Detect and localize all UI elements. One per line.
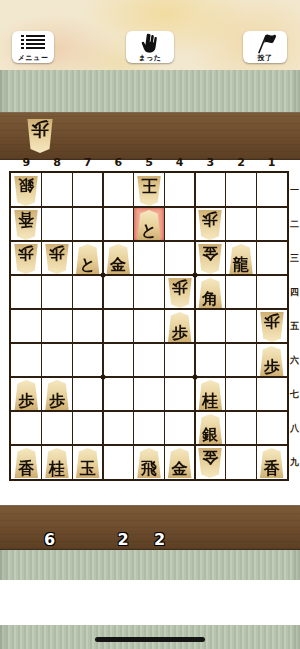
file-label-1: 1 bbox=[257, 157, 287, 168]
square-2f[interactable] bbox=[226, 343, 257, 377]
square-9f[interactable] bbox=[11, 343, 42, 377]
square-2a[interactable] bbox=[226, 173, 257, 207]
piece-kanji: 歩 bbox=[49, 244, 65, 261]
square-6i[interactable] bbox=[103, 445, 134, 479]
piece-kanji: 歩 bbox=[18, 393, 34, 410]
square-4h[interactable] bbox=[164, 411, 195, 445]
square-4b[interactable] bbox=[164, 207, 195, 241]
rank-label-九: 九 bbox=[289, 458, 300, 467]
piece-kanji: と bbox=[79, 257, 95, 274]
square-1g[interactable] bbox=[256, 377, 287, 411]
square-2h[interactable] bbox=[226, 411, 257, 445]
file-label-7: 7 bbox=[73, 157, 103, 168]
resign-button[interactable]: 投了 bbox=[243, 31, 287, 63]
piece-kanji: 歩 bbox=[264, 359, 280, 376]
square-1a[interactable] bbox=[256, 173, 287, 207]
piece-kanji: 王 bbox=[141, 176, 157, 193]
flag-icon bbox=[252, 33, 278, 54]
piece-kanji: 飛 bbox=[141, 461, 157, 478]
piece-kanji: 歩 bbox=[264, 312, 280, 329]
square-2i[interactable] bbox=[226, 445, 257, 479]
square-7a[interactable] bbox=[72, 173, 103, 207]
resign-button-label: 投了 bbox=[258, 55, 273, 62]
piece-kanji: 歩 bbox=[31, 119, 49, 138]
piece-kanji: 歩 bbox=[172, 278, 188, 295]
star-point bbox=[193, 273, 198, 278]
piece-kanji: 桂 bbox=[49, 461, 65, 478]
grid-line bbox=[256, 173, 258, 479]
undo-matta-button[interactable]: まった bbox=[126, 31, 174, 63]
grid-line bbox=[41, 173, 43, 479]
piece-kanji: 銀 bbox=[202, 427, 218, 444]
piece-kanji: と bbox=[141, 223, 157, 240]
piece-kanji: 金 bbox=[202, 448, 218, 465]
grid-line bbox=[102, 173, 104, 479]
square-6b[interactable] bbox=[103, 207, 134, 241]
file-label-4: 4 bbox=[165, 157, 195, 168]
grid-line bbox=[11, 342, 287, 344]
square-3f[interactable] bbox=[195, 343, 226, 377]
square-7h[interactable] bbox=[72, 411, 103, 445]
square-6f[interactable] bbox=[103, 343, 134, 377]
grid-line bbox=[11, 376, 287, 378]
grid-line bbox=[72, 173, 74, 479]
grid-line bbox=[11, 308, 287, 310]
square-9h[interactable] bbox=[11, 411, 42, 445]
square-1c[interactable] bbox=[256, 241, 287, 275]
file-label-9: 9 bbox=[11, 157, 41, 168]
home-indicator[interactable] bbox=[95, 637, 205, 642]
square-8d[interactable] bbox=[42, 275, 73, 309]
piece-kanji: 香 bbox=[18, 210, 34, 227]
square-5d[interactable] bbox=[134, 275, 165, 309]
piece-kanji: 歩 bbox=[49, 393, 65, 410]
grid-line bbox=[133, 173, 135, 479]
piece-kanji: 金 bbox=[110, 257, 126, 274]
star-point bbox=[101, 273, 106, 278]
file-label-5: 5 bbox=[134, 157, 164, 168]
hand-count-silver: 2 bbox=[154, 532, 165, 548]
rank-label-一: 一 bbox=[289, 186, 300, 195]
grid-line bbox=[194, 173, 196, 479]
grid-line bbox=[164, 173, 166, 479]
square-9e[interactable] bbox=[11, 309, 42, 343]
piece-kanji: 角 bbox=[202, 291, 218, 308]
menu-button-label: メニュー bbox=[18, 55, 49, 62]
rank-label-四: 四 bbox=[289, 288, 300, 297]
piece-kanji: 香 bbox=[264, 461, 280, 478]
square-7e[interactable] bbox=[72, 309, 103, 343]
square-8f[interactable] bbox=[42, 343, 73, 377]
square-6d[interactable] bbox=[103, 275, 134, 309]
square-4c[interactable] bbox=[164, 241, 195, 275]
file-label-3: 3 bbox=[195, 157, 225, 168]
square-5e[interactable] bbox=[134, 309, 165, 343]
piece-kanji: 銀 bbox=[18, 176, 34, 193]
rank-label-八: 八 bbox=[289, 424, 300, 433]
piece-kanji: 歩 bbox=[18, 244, 34, 261]
grid-line bbox=[11, 444, 287, 446]
square-8e[interactable] bbox=[42, 309, 73, 343]
square-2g[interactable] bbox=[226, 377, 257, 411]
file-label-6: 6 bbox=[103, 157, 133, 168]
square-7f[interactable] bbox=[72, 343, 103, 377]
piece-kanji: 金 bbox=[202, 244, 218, 261]
square-5h[interactable] bbox=[134, 411, 165, 445]
undo-button-label: まった bbox=[139, 55, 162, 62]
square-6e[interactable] bbox=[103, 309, 134, 343]
ad-banner-area bbox=[0, 580, 300, 625]
grid-line bbox=[225, 173, 227, 479]
grid-line bbox=[11, 240, 287, 242]
square-4f[interactable] bbox=[164, 343, 195, 377]
menu-list-icon bbox=[20, 33, 46, 53]
square-3a[interactable] bbox=[195, 173, 226, 207]
star-point bbox=[101, 375, 106, 380]
square-3e[interactable] bbox=[195, 309, 226, 343]
square-1h[interactable] bbox=[256, 411, 287, 445]
rank-label-七: 七 bbox=[289, 390, 300, 399]
grid-line bbox=[11, 206, 287, 208]
hand-count-knight: 2 bbox=[117, 532, 128, 548]
square-6g[interactable] bbox=[103, 377, 134, 411]
piece-kanji: 歩 bbox=[172, 325, 188, 342]
square-7d[interactable] bbox=[72, 275, 103, 309]
square-1b[interactable] bbox=[256, 207, 287, 241]
square-2d[interactable] bbox=[226, 275, 257, 309]
star-point bbox=[193, 375, 198, 380]
file-label-8: 8 bbox=[42, 157, 72, 168]
rank-label-三: 三 bbox=[289, 254, 300, 263]
rank-label-五: 五 bbox=[289, 322, 300, 331]
hand-count-pawn: 6 bbox=[44, 532, 55, 548]
tatami-mat-top bbox=[0, 70, 300, 112]
square-7b[interactable] bbox=[72, 207, 103, 241]
square-8h[interactable] bbox=[42, 411, 73, 445]
piece-kanji: 龍 bbox=[233, 257, 249, 274]
square-5c[interactable] bbox=[134, 241, 165, 275]
hand-icon bbox=[139, 33, 161, 54]
square-9d[interactable] bbox=[11, 275, 42, 309]
square-6a[interactable] bbox=[103, 173, 134, 207]
menu-button[interactable]: メニュー bbox=[12, 31, 54, 63]
grid-line bbox=[11, 274, 287, 276]
square-2e[interactable] bbox=[226, 309, 257, 343]
square-5g[interactable] bbox=[134, 377, 165, 411]
square-4a[interactable] bbox=[164, 173, 195, 207]
square-7g[interactable] bbox=[72, 377, 103, 411]
file-label-2: 2 bbox=[226, 157, 256, 168]
piece-kanji: 香 bbox=[18, 461, 34, 478]
rank-label-六: 六 bbox=[289, 356, 300, 365]
square-6h[interactable] bbox=[103, 411, 134, 445]
piece-kanji: 玉 bbox=[80, 461, 96, 478]
square-5f[interactable] bbox=[134, 343, 165, 377]
square-1d[interactable] bbox=[256, 275, 287, 309]
rank-label-二: 二 bbox=[289, 220, 300, 229]
grid-line bbox=[11, 410, 287, 412]
piece-kanji: 桂 bbox=[202, 393, 218, 410]
square-8b[interactable] bbox=[42, 207, 73, 241]
square-4g[interactable] bbox=[164, 377, 195, 411]
piece-kanji: 歩 bbox=[202, 210, 218, 227]
square-2b[interactable] bbox=[226, 207, 257, 241]
square-8a[interactable] bbox=[42, 173, 73, 207]
piece-kanji: 金 bbox=[172, 461, 188, 478]
